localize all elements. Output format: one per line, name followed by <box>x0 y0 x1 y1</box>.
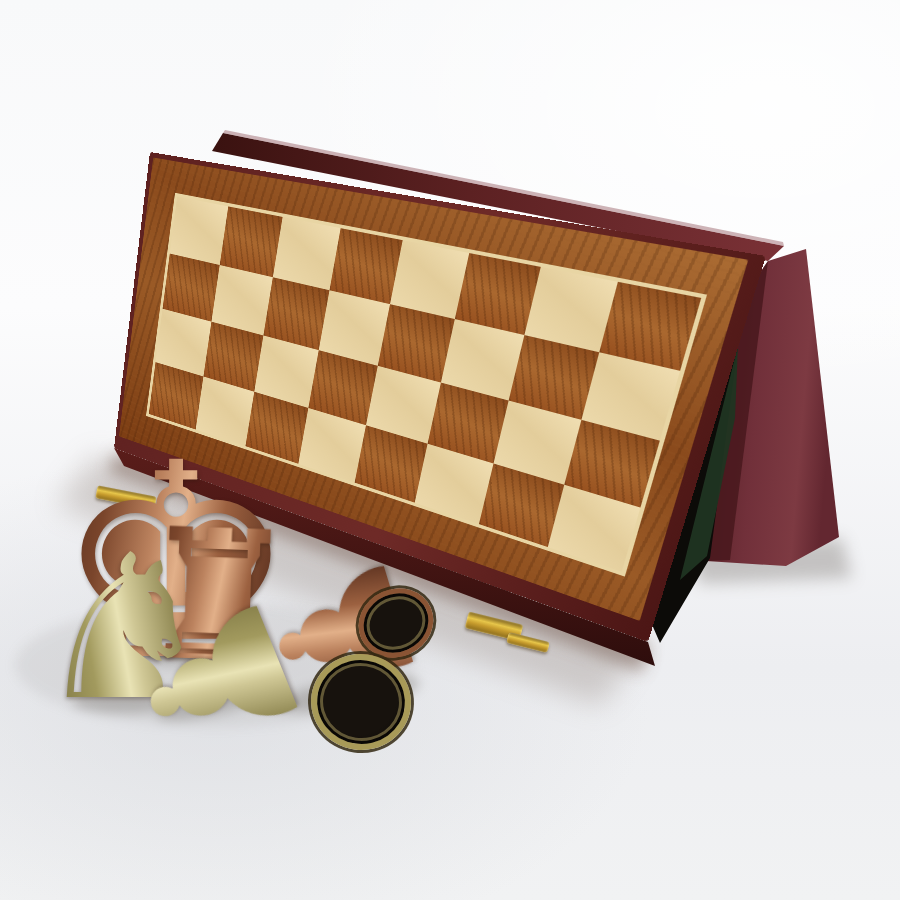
product-photo-chess-set: { "game": "chess", "position": "8/8/8/8/… <box>0 0 900 900</box>
latch-arm <box>506 632 549 653</box>
